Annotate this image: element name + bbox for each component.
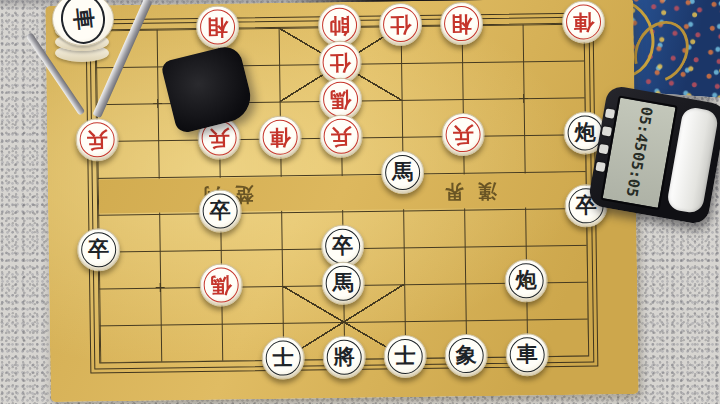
clock-time-lower: 05:05 (619, 130, 652, 211)
piece-glyph: 仕 (322, 44, 357, 79)
black-soldier-piece[interactable]: 卒 (198, 190, 242, 234)
chess-clock: 05:45 05:05 (587, 84, 720, 225)
red-advisor-piece[interactable]: 仕 (379, 3, 423, 47)
cannon-point-marker (519, 94, 528, 103)
piece-glyph: 兵 (79, 122, 114, 157)
piece-glyph: 相 (444, 6, 479, 41)
piece-glyph: 相 (200, 9, 235, 44)
red-soldier-piece[interactable]: 兵 (441, 112, 485, 156)
red-soldier-piece[interactable]: 兵 (75, 118, 119, 162)
piece-glyph: 卒 (325, 229, 360, 264)
black-elephant-piece[interactable]: 象 (444, 334, 488, 378)
xiangqi-board: 楚河 漢界 相帥仕相俥仕炮傌兵兵俥兵兵傌炮馬卒卒卒卒馬炮士將士象車 (45, 0, 638, 402)
red-chariot-piece[interactable]: 俥 (258, 115, 302, 159)
piece-glyph: 兵 (323, 118, 358, 153)
cannon-point-marker (156, 283, 165, 292)
captured-piece-glyph: 車 (59, 0, 108, 46)
piece-glyph: 兵 (445, 116, 480, 151)
clock-button[interactable] (598, 144, 608, 154)
piece-glyph: 士 (387, 339, 422, 374)
red-horse-piece[interactable]: 傌 (199, 263, 243, 307)
piece-glyph: 將 (326, 340, 361, 375)
piece-glyph: 車 (509, 337, 544, 372)
black-chariot-piece[interactable]: 車 (505, 333, 549, 377)
cannon-point-marker (522, 278, 531, 287)
piece-glyph: 帥 (322, 8, 357, 43)
clock-button[interactable] (595, 162, 605, 172)
piece-glyph: 俥 (262, 119, 297, 154)
black-general-piece[interactable]: 將 (322, 335, 366, 379)
piece-glyph: 仕 (383, 7, 418, 42)
piece-glyph: 象 (448, 338, 483, 373)
black-soldier-piece[interactable]: 卒 (77, 228, 121, 272)
river-text-right: 漢界 (430, 178, 496, 205)
clock-button[interactable] (605, 108, 615, 118)
piece-glyph: 馬 (325, 266, 360, 301)
piece-glyph: 卒 (202, 194, 237, 229)
piece-glyph: 俥 (566, 4, 601, 39)
piece-glyph: 馬 (385, 154, 420, 189)
piece-glyph: 傌 (323, 81, 358, 116)
red-elephant-piece[interactable]: 相 (196, 5, 240, 49)
piece-glyph: 卒 (81, 232, 116, 267)
black-advisor-piece[interactable]: 士 (261, 336, 305, 380)
piece-glyph: 士 (265, 340, 300, 375)
red-chariot-piece[interactable]: 俥 (562, 0, 606, 44)
red-elephant-piece[interactable]: 相 (440, 2, 484, 46)
piece-glyph: 傌 (203, 267, 238, 302)
captured-piece-stack: 車 (52, 0, 112, 72)
clock-button[interactable] (602, 126, 612, 136)
cannon-point-marker (153, 99, 162, 108)
black-advisor-piece[interactable]: 士 (383, 335, 427, 379)
red-soldier-piece[interactable]: 兵 (319, 114, 363, 158)
river-band: 楚河 漢界 (99, 172, 585, 214)
